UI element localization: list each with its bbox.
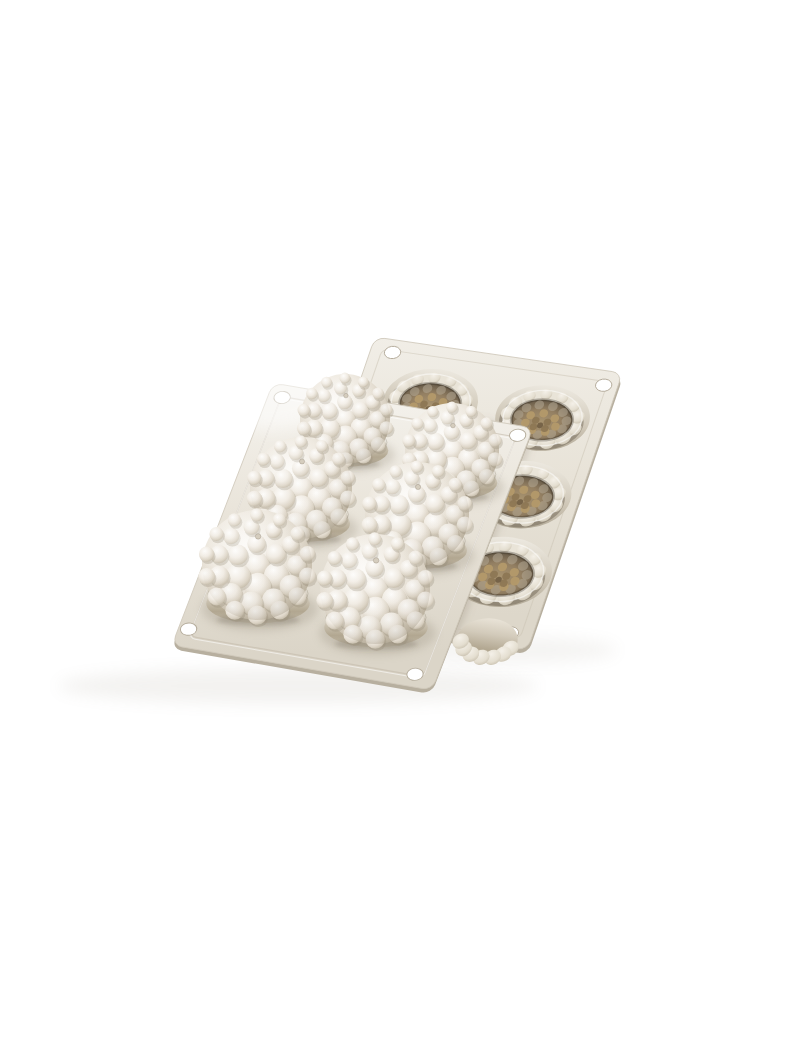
product-photo-silicone-mold xyxy=(0,0,800,1040)
dome-apex-dimple xyxy=(415,484,420,489)
dome-apex-dimple xyxy=(299,459,304,464)
dome-apex-dimple xyxy=(373,558,379,564)
dome-apex-dimple xyxy=(255,534,261,540)
dome-apex-dimple xyxy=(451,423,456,428)
dome-apex-dimple xyxy=(344,393,349,398)
mold-scene xyxy=(0,0,800,1040)
